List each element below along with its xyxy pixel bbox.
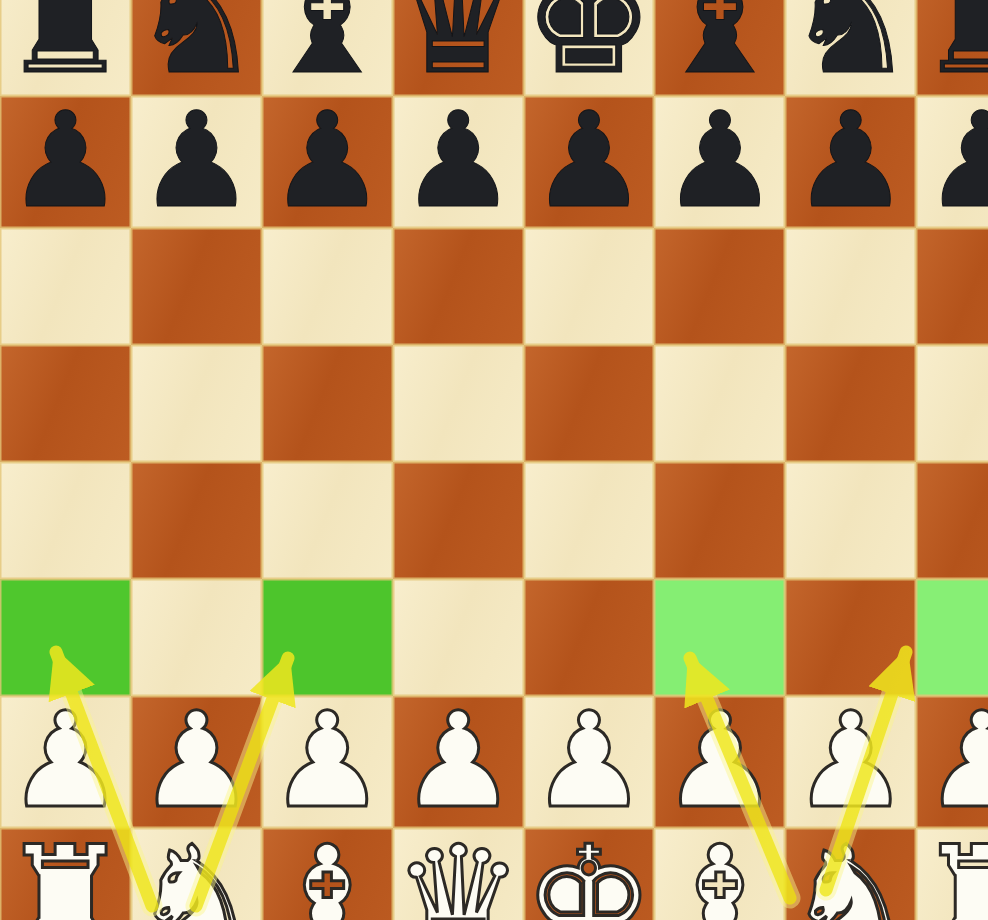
- square-g7[interactable]: ♟: [785, 96, 916, 228]
- square-b5[interactable]: [131, 345, 262, 462]
- square-h5[interactable]: [916, 345, 988, 462]
- square-h2[interactable]: ♟: [916, 696, 988, 828]
- piece-white-rook-h1[interactable]: ♜: [916, 826, 988, 920]
- square-b4[interactable]: [131, 462, 262, 579]
- piece-white-pawn-c2[interactable]: ♟: [268, 694, 386, 826]
- piece-white-bishop-c1[interactable]: ♝: [262, 826, 393, 920]
- square-d6[interactable]: [393, 228, 524, 345]
- board-grid: ♜♞♝♛♚♝♞♜♟♟♟♟♟♟♟♟♟♟♟♟♟♟♟♟♜♞♝♛♚♝♞♜: [0, 0, 988, 920]
- square-c8[interactable]: ♝: [262, 0, 393, 96]
- square-c4[interactable]: [262, 462, 393, 579]
- piece-black-pawn-f7[interactable]: ♟: [661, 94, 779, 226]
- square-a2[interactable]: ♟: [0, 696, 131, 828]
- square-g5[interactable]: [785, 345, 916, 462]
- square-d7[interactable]: ♟: [393, 96, 524, 228]
- square-d3[interactable]: [393, 579, 524, 696]
- piece-black-pawn-e7[interactable]: ♟: [530, 94, 648, 226]
- square-h3[interactable]: [916, 579, 988, 696]
- piece-black-rook-a8[interactable]: ♜: [0, 0, 131, 94]
- piece-white-pawn-h2[interactable]: ♟: [923, 694, 988, 826]
- square-a7[interactable]: ♟: [0, 96, 131, 228]
- chess-board: ♜♞♝♛♚♝♞♜♟♟♟♟♟♟♟♟♟♟♟♟♟♟♟♟♜♞♝♛♚♝♞♜: [0, 0, 988, 920]
- piece-white-pawn-f2[interactable]: ♟: [661, 694, 779, 826]
- piece-black-knight-g8[interactable]: ♞: [785, 0, 916, 94]
- square-d8[interactable]: ♛: [393, 0, 524, 96]
- square-a8[interactable]: ♜: [0, 0, 131, 96]
- square-f6[interactable]: [654, 228, 785, 345]
- square-a1[interactable]: ♜: [0, 828, 131, 920]
- square-e7[interactable]: ♟: [524, 96, 655, 228]
- square-g2[interactable]: ♟: [785, 696, 916, 828]
- square-f7[interactable]: ♟: [654, 96, 785, 228]
- square-e3[interactable]: [524, 579, 655, 696]
- piece-black-queen-d8[interactable]: ♛: [393, 0, 524, 94]
- square-h1[interactable]: ♜: [916, 828, 988, 920]
- piece-white-pawn-d2[interactable]: ♟: [399, 694, 517, 826]
- piece-black-pawn-d7[interactable]: ♟: [399, 94, 517, 226]
- square-a3[interactable]: [0, 579, 131, 696]
- piece-white-bishop-f1[interactable]: ♝: [654, 826, 785, 920]
- square-b2[interactable]: ♟: [131, 696, 262, 828]
- piece-black-pawn-h7[interactable]: ♟: [923, 94, 988, 226]
- square-a4[interactable]: [0, 462, 131, 579]
- square-h8[interactable]: ♜: [916, 0, 988, 96]
- square-g6[interactable]: [785, 228, 916, 345]
- square-f3[interactable]: [654, 579, 785, 696]
- piece-black-bishop-c8[interactable]: ♝: [262, 0, 393, 94]
- square-b1[interactable]: ♞: [131, 828, 262, 920]
- piece-black-rook-h8[interactable]: ♜: [916, 0, 988, 94]
- square-e6[interactable]: [524, 228, 655, 345]
- square-e2[interactable]: ♟: [524, 696, 655, 828]
- square-b6[interactable]: [131, 228, 262, 345]
- square-h6[interactable]: [916, 228, 988, 345]
- square-g3[interactable]: [785, 579, 916, 696]
- square-g1[interactable]: ♞: [785, 828, 916, 920]
- square-e8[interactable]: ♚: [524, 0, 655, 96]
- piece-white-king-e1[interactable]: ♚: [524, 826, 655, 920]
- square-f1[interactable]: ♝: [654, 828, 785, 920]
- square-f8[interactable]: ♝: [654, 0, 785, 96]
- square-e1[interactable]: ♚: [524, 828, 655, 920]
- square-c6[interactable]: [262, 228, 393, 345]
- piece-black-pawn-a7[interactable]: ♟: [6, 94, 124, 226]
- piece-white-knight-b1[interactable]: ♞: [131, 826, 262, 920]
- square-c5[interactable]: [262, 345, 393, 462]
- square-c2[interactable]: ♟: [262, 696, 393, 828]
- square-b7[interactable]: ♟: [131, 96, 262, 228]
- square-g4[interactable]: [785, 462, 916, 579]
- piece-black-pawn-c7[interactable]: ♟: [268, 94, 386, 226]
- piece-white-pawn-b2[interactable]: ♟: [137, 694, 255, 826]
- piece-white-pawn-a2[interactable]: ♟: [6, 694, 124, 826]
- square-b8[interactable]: ♞: [131, 0, 262, 96]
- square-c7[interactable]: ♟: [262, 96, 393, 228]
- piece-white-rook-a1[interactable]: ♜: [0, 826, 131, 920]
- square-d1[interactable]: ♛: [393, 828, 524, 920]
- piece-black-pawn-g7[interactable]: ♟: [792, 94, 910, 226]
- piece-black-pawn-b7[interactable]: ♟: [137, 94, 255, 226]
- square-d2[interactable]: ♟: [393, 696, 524, 828]
- square-c1[interactable]: ♝: [262, 828, 393, 920]
- square-d5[interactable]: [393, 345, 524, 462]
- square-b3[interactable]: [131, 579, 262, 696]
- square-h7[interactable]: ♟: [916, 96, 988, 228]
- square-h4[interactable]: [916, 462, 988, 579]
- square-f4[interactable]: [654, 462, 785, 579]
- square-f5[interactable]: [654, 345, 785, 462]
- square-e4[interactable]: [524, 462, 655, 579]
- square-g8[interactable]: ♞: [785, 0, 916, 96]
- piece-black-bishop-f8[interactable]: ♝: [654, 0, 785, 94]
- square-e5[interactable]: [524, 345, 655, 462]
- square-c3[interactable]: [262, 579, 393, 696]
- piece-white-knight-g1[interactable]: ♞: [785, 826, 916, 920]
- square-a5[interactable]: [0, 345, 131, 462]
- piece-white-queen-d1[interactable]: ♛: [393, 826, 524, 920]
- square-a6[interactable]: [0, 228, 131, 345]
- piece-white-pawn-g2[interactable]: ♟: [792, 694, 910, 826]
- piece-white-pawn-e2[interactable]: ♟: [530, 694, 648, 826]
- square-f2[interactable]: ♟: [654, 696, 785, 828]
- square-d4[interactable]: [393, 462, 524, 579]
- piece-black-knight-b8[interactable]: ♞: [131, 0, 262, 94]
- piece-black-king-e8[interactable]: ♚: [524, 0, 655, 94]
